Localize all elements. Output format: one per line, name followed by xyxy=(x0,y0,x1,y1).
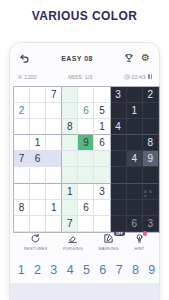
app-header: EASY 08 ⚙ xyxy=(10,43,159,71)
cell-r7c5[interactable] xyxy=(78,184,94,200)
cell-r2c6[interactable]: 5 xyxy=(94,103,110,119)
cell-r6c8[interactable] xyxy=(127,167,143,183)
cell-r5c5[interactable] xyxy=(78,151,94,167)
cell-r5c9[interactable]: 9 xyxy=(143,151,159,167)
cell-r4c4[interactable] xyxy=(62,135,78,151)
miss-counter: MISS: 1/3 xyxy=(68,74,92,80)
cell-r8c7[interactable] xyxy=(111,200,127,216)
cell-r3c3[interactable] xyxy=(46,119,62,135)
page-title: VARIOUS COLOR xyxy=(0,9,169,23)
gear-icon: ⚙ xyxy=(141,53,150,63)
cell-r8c4[interactable] xyxy=(62,200,78,216)
pause-button[interactable] xyxy=(148,74,152,78)
numpad-4[interactable]: 4 xyxy=(62,261,78,278)
cell-r1c4[interactable] xyxy=(62,87,78,103)
marking-off-badge: OFF xyxy=(114,231,124,236)
trophy-button[interactable] xyxy=(124,53,134,63)
numpad-9[interactable]: 9 xyxy=(144,261,160,278)
marking-button[interactable]: OFF MARKING xyxy=(99,233,119,251)
purging-label: PURGING xyxy=(63,246,83,251)
cell-r2c2[interactable] xyxy=(30,103,46,119)
score-value: 1200 xyxy=(24,74,36,80)
clock-icon xyxy=(124,74,130,80)
cell-r3c2[interactable] xyxy=(30,119,46,135)
pencil-notes: 457 xyxy=(143,184,158,199)
cell-r1c6[interactable] xyxy=(94,87,110,103)
cell-r8c5[interactable]: 6 xyxy=(78,200,94,216)
cell-r9c3[interactable] xyxy=(46,216,62,232)
cell-r6c2[interactable] xyxy=(30,167,46,183)
cell-r2c3[interactable] xyxy=(46,103,62,119)
back-arrow-icon xyxy=(19,53,30,64)
cell-r8c8[interactable] xyxy=(127,200,143,216)
cell-r8c3[interactable]: 1 xyxy=(46,200,62,216)
hint-button[interactable]: HINT xyxy=(134,233,145,251)
cell-r8c2[interactable] xyxy=(30,200,46,216)
sudoku-board: 73226518141968764913457816763 xyxy=(13,86,160,233)
cell-r4c5[interactable]: 9 xyxy=(78,135,94,151)
score-indicator: ♕ 1200 xyxy=(17,74,37,80)
hint-badge xyxy=(143,231,148,236)
settings-button[interactable]: ⚙ xyxy=(141,53,150,63)
cell-r5c8[interactable]: 4 xyxy=(127,151,143,167)
bottom-strip xyxy=(10,283,159,300)
cell-r2c5[interactable]: 6 xyxy=(78,103,94,119)
cell-r1c2[interactable] xyxy=(30,87,46,103)
cell-r7c1[interactable] xyxy=(14,184,30,200)
back-button[interactable] xyxy=(19,53,30,64)
cell-r4c2[interactable]: 1 xyxy=(30,135,46,151)
marking-label: MARKING xyxy=(99,246,119,251)
purging-button[interactable]: PURGING xyxy=(63,233,83,251)
cell-r5c4[interactable] xyxy=(62,151,78,167)
numpad-8[interactable]: 8 xyxy=(127,261,143,278)
cell-r9c4[interactable]: 7 xyxy=(62,216,78,232)
timer-value: 02:43 xyxy=(131,74,145,80)
crown-icon: ♕ xyxy=(17,74,23,80)
numpad-7[interactable]: 7 xyxy=(111,261,127,278)
cell-r8c6[interactable] xyxy=(94,200,110,216)
cell-r7c6[interactable]: 3 xyxy=(94,184,110,200)
sudoku-app-card: EASY 08 ⚙ ♕ 1200 MISS: 1/3 02:43 7322651… xyxy=(9,42,160,300)
cell-r4c3[interactable] xyxy=(46,135,62,151)
cell-r8c9[interactable] xyxy=(143,200,159,216)
cell-r2c8[interactable]: 1 xyxy=(127,103,143,119)
cell-r3c8[interactable] xyxy=(127,119,143,135)
numpad-6[interactable]: 6 xyxy=(95,261,111,278)
cell-r2c4[interactable] xyxy=(62,103,78,119)
cell-r4c9[interactable]: 8 xyxy=(143,135,159,151)
cell-r4c6[interactable]: 6 xyxy=(94,135,110,151)
cell-r5c2[interactable]: 6 xyxy=(30,151,46,167)
cell-r3c1[interactable] xyxy=(14,119,30,135)
cell-r3c6[interactable]: 1 xyxy=(94,119,110,135)
cell-r7c7[interactable] xyxy=(111,184,127,200)
cell-r5c7[interactable] xyxy=(111,151,127,167)
cell-r9c7[interactable] xyxy=(111,216,127,232)
restores-button[interactable]: RESTORES xyxy=(24,233,48,251)
cell-r7c8[interactable] xyxy=(127,184,143,200)
cell-r1c7[interactable]: 3 xyxy=(111,87,127,103)
cell-r1c8[interactable] xyxy=(127,87,143,103)
cell-r9c6[interactable] xyxy=(94,216,110,232)
number-pad: 123456789 xyxy=(13,261,160,278)
timer: 02:43 xyxy=(124,74,152,80)
cell-r2c7[interactable] xyxy=(111,103,127,119)
cell-r9c5[interactable] xyxy=(78,216,94,232)
cell-r9c9[interactable]: 3 xyxy=(143,216,159,232)
cell-r6c1[interactable] xyxy=(14,167,30,183)
cell-r3c9[interactable] xyxy=(143,119,159,135)
cell-r6c4[interactable] xyxy=(62,167,78,183)
numpad-3[interactable]: 3 xyxy=(46,261,62,278)
cell-r7c2[interactable] xyxy=(30,184,46,200)
pencil-icon xyxy=(103,233,114,244)
cell-r3c5[interactable] xyxy=(78,119,94,135)
cell-r7c9[interactable]: 457 xyxy=(143,184,159,200)
cell-r5c3[interactable] xyxy=(46,151,62,167)
cell-r1c9[interactable]: 2 xyxy=(143,87,159,103)
cell-r5c6[interactable] xyxy=(94,151,110,167)
level-title: EASY 08 xyxy=(30,55,124,62)
cell-r7c4[interactable]: 1 xyxy=(62,184,78,200)
cell-r5c1[interactable]: 7 xyxy=(14,151,30,167)
restore-icon xyxy=(30,233,41,244)
cell-r1c3[interactable]: 7 xyxy=(46,87,62,103)
trophy-icon xyxy=(124,53,134,63)
status-row: ♕ 1200 MISS: 1/3 02:43 xyxy=(10,70,159,83)
cell-r3c4[interactable]: 8 xyxy=(62,119,78,135)
cell-r3c7[interactable]: 4 xyxy=(111,119,127,135)
cell-r6c3[interactable] xyxy=(46,167,62,183)
cell-r8c1[interactable]: 8 xyxy=(14,200,30,216)
numpad-2[interactable]: 2 xyxy=(29,261,45,278)
numpad-1[interactable]: 1 xyxy=(13,261,29,278)
cell-r7c3[interactable] xyxy=(46,184,62,200)
restores-label: RESTORES xyxy=(24,246,48,251)
cell-r1c1[interactable] xyxy=(14,87,30,103)
cell-r6c6[interactable] xyxy=(94,167,110,183)
cell-r9c8[interactable]: 6 xyxy=(127,216,143,232)
hint-label: HINT xyxy=(135,246,145,251)
toolbar: RESTORES PURGING OFF MARKING HINT xyxy=(10,233,159,260)
cell-r2c9[interactable] xyxy=(143,103,159,119)
cell-r4c7[interactable] xyxy=(111,135,127,151)
cell-r4c1[interactable] xyxy=(14,135,30,151)
eraser-icon xyxy=(67,233,78,244)
cell-r2c1[interactable]: 2 xyxy=(14,103,30,119)
cell-r9c2[interactable] xyxy=(30,216,46,232)
cell-r6c9[interactable] xyxy=(143,167,159,183)
numpad-5[interactable]: 5 xyxy=(78,261,94,278)
cell-r4c8[interactable] xyxy=(127,135,143,151)
cell-r6c7[interactable] xyxy=(111,167,127,183)
cell-r6c5[interactable] xyxy=(78,167,94,183)
cell-r1c5[interactable] xyxy=(78,87,94,103)
cell-r9c1[interactable] xyxy=(14,216,30,232)
